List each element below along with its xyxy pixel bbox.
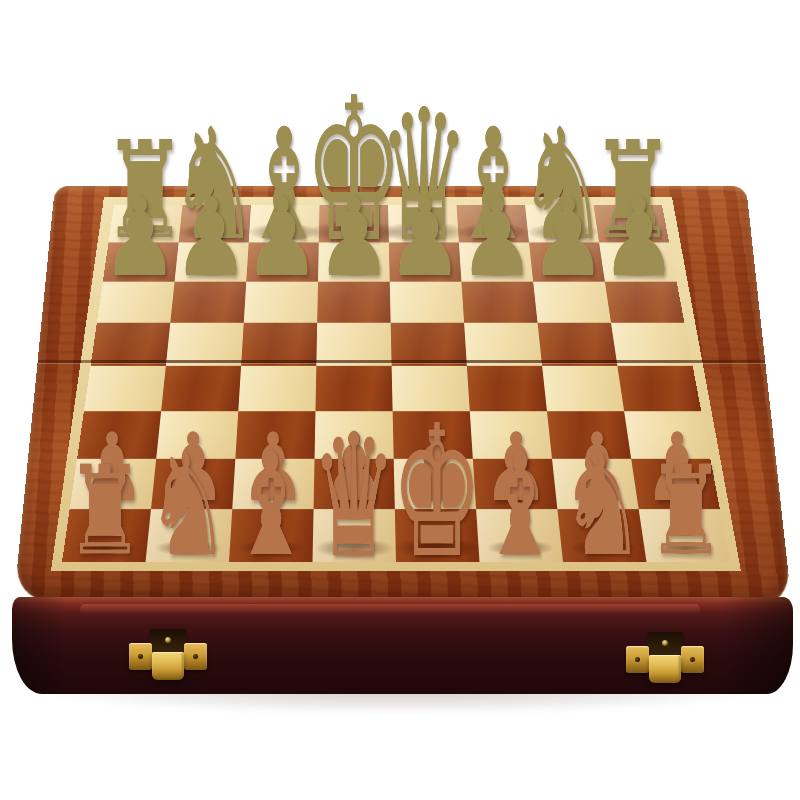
square-a7 [103,242,179,281]
square-h4 [617,366,701,411]
screw-icon [193,654,198,659]
square-g8 [525,205,599,242]
square-e7 [389,242,462,281]
box-front-highlight [80,604,700,614]
square-c1 [229,509,314,562]
square-d6 [317,282,390,323]
square-d4 [315,366,392,411]
square-b1 [145,509,232,562]
square-b8 [179,205,251,242]
square-f3 [470,411,552,459]
square-a1 [62,509,151,562]
clasp-right-wing-right [681,646,704,673]
square-c2 [232,459,314,509]
clasp-right [626,631,704,685]
square-e6 [390,282,464,323]
chess-set-photo: ♜♞♝♚♛♝♞♜♟♟♟♟♟♟♟♟♟♟♟♟♟♟♟♟♜♞♝♛♚♝♞♜ [0,0,800,800]
square-b2 [151,459,235,509]
square-f6 [461,282,537,323]
square-b7 [175,242,249,281]
square-f2 [473,459,558,509]
square-g3 [547,411,631,459]
square-h7 [599,242,677,281]
square-b6 [170,282,246,323]
square-c8 [249,205,320,242]
clasp-right-pin [662,640,668,646]
square-b3 [156,411,238,459]
square-e4 [392,366,470,411]
square-c4 [238,366,316,411]
clasp-left [129,628,207,682]
clasp-left-hasp [152,652,184,680]
square-f1 [476,509,563,562]
square-h6 [605,282,685,323]
square-c3 [235,411,315,459]
square-d3 [315,411,394,459]
square-d8 [319,205,389,242]
square-g7 [529,242,605,281]
chess-board-grid [62,205,730,562]
screw-icon [690,657,695,662]
square-a4 [84,366,166,411]
screw-icon [635,657,640,662]
square-f7 [459,242,533,281]
square-f8 [457,205,529,242]
screw-icon [138,654,143,659]
square-e8 [388,205,459,242]
square-d1 [312,509,395,562]
square-a3 [77,411,161,459]
square-h1 [639,509,730,562]
square-e2 [394,459,476,509]
square-a6 [97,282,175,323]
board-fold-seam [38,360,765,363]
square-h8 [594,205,670,242]
square-g4 [542,366,624,411]
clasp-left-wing-right [184,643,207,670]
square-d2 [314,459,395,509]
clasp-left-wing-left [129,643,152,670]
square-b4 [161,366,241,411]
square-f4 [467,366,547,411]
square-d7 [318,242,390,281]
square-g2 [552,459,639,509]
square-h3 [624,411,710,459]
square-c7 [246,242,318,281]
square-c6 [244,282,318,323]
clasp-left-pin [165,637,171,643]
square-e1 [395,509,480,562]
square-h2 [631,459,720,509]
square-g6 [533,282,611,323]
clasp-right-hasp [649,655,681,683]
clasp-right-wing-left [626,646,649,673]
square-g1 [557,509,646,562]
square-a2 [70,459,156,509]
square-e3 [393,411,473,459]
square-a8 [109,205,183,242]
